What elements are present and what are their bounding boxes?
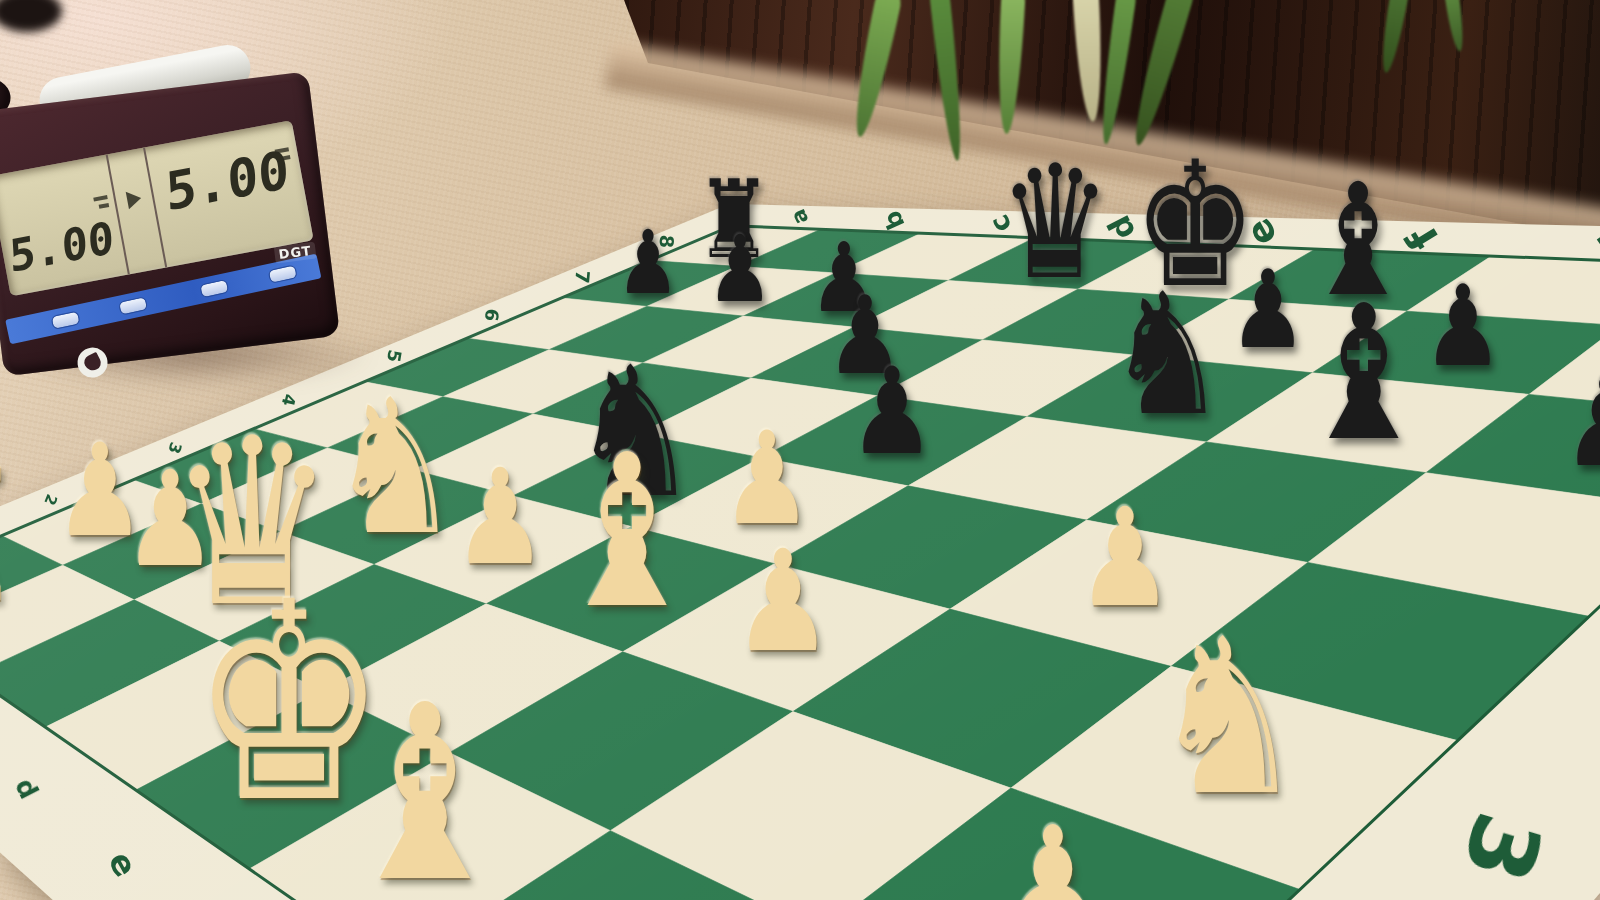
piece-black-knight-f6[interactable]: ♞ [1107,271,1227,439]
scene: 1122334455667788aabbccddeeffgghh ♜♛♚♝♜♟♟… [0,0,1600,900]
clock-button[interactable] [199,279,229,299]
piece-white-bishop-f1[interactable]: ♝ [338,673,512,900]
clock-body: 5.00 5.00 DGT [0,71,340,376]
piece-black-queen-d8[interactable]: ♛ [999,144,1112,301]
right-time: 5.00 [164,139,291,222]
piece-black-pawn-g7[interactable]: ♟ [1423,270,1503,382]
piece-white-pawn-h2[interactable]: ♟ [997,806,1109,900]
clock-button[interactable] [118,296,148,316]
piece-white-knight-h3[interactable]: ♞ [1151,610,1305,825]
piece-black-pawn-a7[interactable]: ♟ [616,219,679,307]
piece-black-pawn-b7[interactable]: ♟ [707,224,773,316]
piece-black-pawn-f7[interactable]: ♟ [1229,256,1306,364]
clock-button[interactable] [268,264,298,284]
move-indicator-icon [125,189,142,209]
lcd-flag-mark [280,155,291,161]
piece-white-pawn-d3[interactable]: ♟ [453,451,548,583]
piece-black-pawn-h6[interactable]: ♟ [1563,360,1600,484]
dgt-bird-logo [76,346,109,379]
clock-button[interactable] [50,311,80,331]
clock-left-display: 5.00 [0,154,129,296]
lcd-flag-mark [93,195,107,201]
rank-label-left-6: 6 [481,308,503,323]
piece-white-rook-a1[interactable]: ♜ [0,444,25,628]
piece-white-pawn-f3[interactable]: ♟ [733,532,833,672]
piece-white-bishop-e3[interactable]: ♝ [551,427,702,638]
chess-clock[interactable]: 5.00 5.00 DGT [0,54,358,407]
lcd-flag-mark [98,203,109,209]
left-time: 5.00 [8,211,115,282]
rank-label-left-7: 7 [571,269,594,284]
piece-black-pawn-e5[interactable]: ♟ [849,352,935,472]
piece-black-bishop-g6[interactable]: ♝ [1297,281,1430,467]
piece-white-knight-c3[interactable]: ♞ [328,375,461,561]
